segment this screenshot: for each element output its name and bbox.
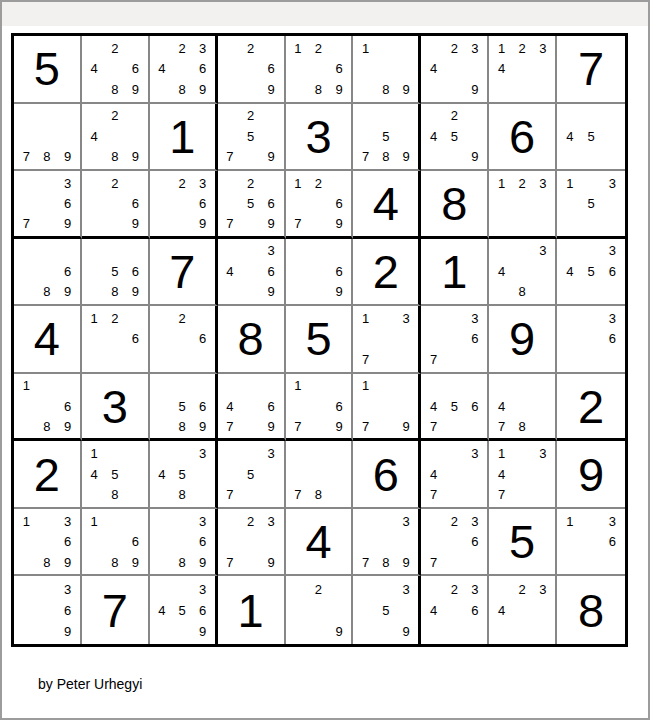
candidate-4: 4 — [423, 396, 444, 416]
candidate-5: 5 — [240, 193, 261, 213]
candidate-8: 8 — [37, 552, 58, 573]
candidate-6: 6 — [192, 531, 212, 552]
candidate-7: 7 — [220, 213, 241, 233]
candidate-3: 3 — [532, 241, 553, 262]
cell-r8c2[interactable]: 1689 — [82, 509, 150, 577]
cell-r3c1[interactable]: 3679 — [14, 171, 82, 239]
candidates: 5789 — [355, 106, 416, 168]
candidate-4: 4 — [423, 464, 444, 485]
candidate-2: 2 — [105, 38, 126, 59]
cell-r7c9[interactable]: 9 — [557, 441, 625, 509]
candidate-3: 3 — [57, 173, 78, 193]
cell-value: 9 — [578, 451, 604, 498]
candidate-8: 8 — [308, 79, 329, 100]
candidates: 234689 — [152, 38, 213, 100]
candidate-2: 2 — [444, 511, 465, 532]
candidate-7: 7 — [423, 552, 444, 573]
cell-r4c5[interactable]: 69 — [286, 239, 354, 307]
candidates: 69 — [288, 241, 350, 303]
cell-r1c1[interactable]: 5 — [14, 36, 82, 104]
candidate-9: 9 — [261, 147, 282, 168]
candidate-4: 4 — [84, 464, 105, 485]
candidate-1: 1 — [288, 38, 309, 59]
candidate-6: 6 — [465, 396, 486, 416]
cell-r3c9[interactable]: 135 — [557, 171, 625, 239]
cell-value: 4 — [305, 518, 331, 565]
candidate-2: 2 — [105, 106, 126, 127]
candidate-6: 6 — [192, 329, 212, 350]
candidate-5: 5 — [580, 126, 601, 147]
candidate-6: 6 — [125, 193, 146, 213]
cell-r1c4[interactable]: 269 — [218, 36, 286, 104]
candidate-2: 2 — [240, 106, 261, 127]
cell-r3c8[interactable]: 123 — [489, 171, 557, 239]
candidate-1: 1 — [84, 308, 105, 329]
candidate-7: 7 — [288, 416, 309, 436]
candidates: 13689 — [16, 511, 78, 573]
cell-r5c5[interactable]: 5 — [286, 306, 354, 374]
candidate-5: 5 — [580, 193, 601, 213]
candidate-9: 9 — [125, 147, 146, 168]
cell-r5c8[interactable]: 9 — [489, 306, 557, 374]
candidate-3: 3 — [57, 578, 78, 599]
cell-r9c3[interactable]: 34569 — [150, 576, 218, 644]
cell-r6c9[interactable]: 2 — [557, 374, 625, 442]
cell-r7c5[interactable]: 78 — [286, 441, 354, 509]
candidate-3: 3 — [465, 308, 486, 329]
cell-r7c2[interactable]: 1458 — [82, 441, 150, 509]
cell-r7c7[interactable]: 347 — [421, 441, 489, 509]
candidate-2: 2 — [444, 38, 465, 59]
cell-r9c8[interactable]: 234 — [489, 576, 557, 644]
cell-r5c4[interactable]: 8 — [218, 306, 286, 374]
candidates: 189 — [355, 38, 416, 100]
cell-r1c6[interactable]: 189 — [353, 36, 421, 104]
cell-r6c5[interactable]: 1679 — [286, 374, 354, 442]
candidate-3: 3 — [396, 578, 416, 599]
candidate-9: 9 — [192, 416, 212, 436]
candidate-3: 3 — [396, 511, 416, 532]
cell-value: 8 — [441, 180, 467, 227]
cell-r4c3[interactable]: 7 — [150, 239, 218, 307]
cell-value: 3 — [305, 113, 331, 160]
candidate-3: 3 — [532, 443, 553, 464]
cell-r5c2[interactable]: 126 — [82, 306, 150, 374]
candidate-5: 5 — [105, 464, 126, 485]
candidate-1: 1 — [84, 511, 105, 532]
candidate-9: 9 — [396, 416, 416, 436]
cell-value: 7 — [102, 587, 128, 634]
cell-value: 7 — [578, 45, 604, 92]
cell-r6c8[interactable]: 478 — [489, 374, 557, 442]
candidate-8: 8 — [105, 552, 126, 573]
cell-r6c1[interactable]: 1689 — [14, 374, 82, 442]
cell-r6c6[interactable]: 179 — [353, 374, 421, 442]
candidate-7: 7 — [220, 416, 241, 436]
candidates: 29 — [288, 578, 350, 642]
candidates: 2379 — [220, 511, 282, 573]
candidate-8: 8 — [172, 484, 192, 505]
cell-r1c2[interactable]: 24689 — [82, 36, 150, 104]
candidate-9: 9 — [125, 213, 146, 233]
candidate-8: 8 — [172, 552, 192, 573]
candidates: 369 — [16, 578, 78, 642]
cell-r3c7[interactable]: 8 — [421, 171, 489, 239]
cell-value: 6 — [373, 451, 399, 498]
candidates: 1347 — [491, 443, 553, 505]
cell-value: 5 — [509, 518, 535, 565]
candidate-7: 7 — [491, 484, 512, 505]
candidates: 234 — [491, 578, 553, 642]
candidates: 2579 — [220, 106, 282, 168]
candidate-3: 3 — [465, 578, 486, 599]
candidate-6: 6 — [57, 600, 78, 621]
candidates: 126 — [84, 308, 146, 370]
candidate-9: 9 — [57, 621, 78, 642]
cell-r4c1[interactable]: 689 — [14, 239, 82, 307]
cell-r2c6[interactable]: 5789 — [353, 104, 421, 172]
candidate-3: 3 — [532, 173, 553, 193]
author-credit: by Peter Urhegyi — [38, 676, 142, 692]
candidate-5: 5 — [444, 396, 465, 416]
cell-r2c3[interactable]: 1 — [150, 104, 218, 172]
cell-r9c9[interactable]: 8 — [557, 576, 625, 644]
cell-value: 1 — [441, 248, 467, 295]
candidate-1: 1 — [491, 38, 512, 59]
cell-r5c6[interactable]: 137 — [353, 306, 421, 374]
cell-r8c1[interactable]: 13689 — [14, 509, 82, 577]
candidate-9: 9 — [192, 621, 212, 642]
candidates: 3469 — [220, 241, 282, 303]
candidate-8: 8 — [105, 79, 126, 100]
cell-r2c8[interactable]: 6 — [489, 104, 557, 172]
cell-r4c8[interactable]: 348 — [489, 239, 557, 307]
cell-r1c8[interactable]: 1234 — [489, 36, 557, 104]
candidates: 4679 — [220, 376, 282, 437]
candidate-1: 1 — [288, 173, 309, 193]
candidate-1: 1 — [84, 443, 105, 464]
candidate-2: 2 — [240, 173, 261, 193]
cell-r4c9[interactable]: 3456 — [557, 239, 625, 307]
candidates: 123 — [491, 173, 553, 234]
candidate-8: 8 — [172, 416, 192, 436]
cell-r9c4[interactable]: 1 — [218, 576, 286, 644]
cell-value: 6 — [509, 113, 535, 160]
cell-r1c3[interactable]: 234689 — [150, 36, 218, 104]
candidate-6: 6 — [57, 193, 78, 213]
candidate-2: 2 — [308, 38, 329, 59]
candidates: 3458 — [152, 443, 213, 505]
candidate-2: 2 — [172, 173, 192, 193]
candidate-2: 2 — [444, 106, 465, 127]
candidate-9: 9 — [261, 416, 282, 436]
cell-value: 8 — [238, 315, 264, 362]
candidate-2: 2 — [105, 173, 126, 193]
candidate-9: 9 — [57, 282, 78, 303]
candidate-6: 6 — [57, 396, 78, 416]
cell-r6c7[interactable]: 4567 — [421, 374, 489, 442]
candidates: 1679 — [288, 376, 350, 437]
cell-r9c6[interactable]: 359 — [353, 576, 421, 644]
candidate-3: 3 — [465, 511, 486, 532]
cell-r2c9[interactable]: 45 — [557, 104, 625, 172]
cell-r3c2[interactable]: 269 — [82, 171, 150, 239]
candidate-4: 4 — [491, 261, 512, 282]
candidates: 269 — [220, 38, 282, 100]
candidate-6: 6 — [329, 396, 350, 416]
cell-value: 5 — [34, 45, 60, 92]
candidate-9: 9 — [192, 552, 212, 573]
candidate-9: 9 — [192, 213, 212, 233]
candidate-4: 4 — [491, 600, 512, 621]
candidate-7: 7 — [355, 552, 375, 573]
candidate-3: 3 — [602, 173, 623, 193]
candidate-4: 4 — [491, 59, 512, 80]
candidate-6: 6 — [192, 59, 212, 80]
cell-r8c7[interactable]: 2367 — [421, 509, 489, 577]
candidate-9: 9 — [125, 282, 146, 303]
candidate-9: 9 — [396, 621, 416, 642]
candidate-9: 9 — [261, 282, 282, 303]
candidate-8: 8 — [308, 484, 329, 505]
candidate-3: 3 — [261, 443, 282, 464]
cell-r7c3[interactable]: 3458 — [150, 441, 218, 509]
candidates: 1689 — [16, 376, 78, 437]
candidates: 3679 — [16, 173, 78, 234]
candidates: 25679 — [220, 173, 282, 234]
candidate-4: 4 — [152, 464, 172, 485]
cell-r4c7[interactable]: 1 — [421, 239, 489, 307]
candidate-5: 5 — [172, 600, 192, 621]
candidate-7: 7 — [423, 349, 444, 370]
candidate-4: 4 — [559, 126, 580, 147]
candidate-9: 9 — [261, 213, 282, 233]
candidate-7: 7 — [16, 213, 37, 233]
candidate-1: 1 — [288, 376, 309, 396]
cell-value: 4 — [373, 180, 399, 227]
candidates: 136 — [559, 511, 623, 573]
candidate-3: 3 — [261, 511, 282, 532]
candidate-3: 3 — [396, 308, 416, 329]
cell-value: 2 — [578, 383, 604, 430]
cell-r3c4[interactable]: 25679 — [218, 171, 286, 239]
candidate-8: 8 — [512, 416, 533, 436]
cell-r2c2[interactable]: 2489 — [82, 104, 150, 172]
candidate-6: 6 — [57, 531, 78, 552]
cell-value: 3 — [102, 383, 128, 430]
candidate-6: 6 — [602, 531, 623, 552]
candidate-7: 7 — [355, 349, 375, 370]
candidate-1: 1 — [355, 308, 375, 329]
candidate-9: 9 — [465, 147, 486, 168]
candidate-5: 5 — [240, 126, 261, 147]
page: 5246892346892691268918923491234778924891… — [0, 0, 650, 720]
candidate-9: 9 — [329, 282, 350, 303]
candidate-4: 4 — [152, 59, 172, 80]
candidate-3: 3 — [192, 173, 212, 193]
candidate-9: 9 — [329, 416, 350, 436]
candidates: 2459 — [423, 106, 485, 168]
candidate-6: 6 — [602, 261, 623, 282]
candidates: 359 — [355, 578, 416, 642]
cell-r9c7[interactable]: 2346 — [421, 576, 489, 644]
cell-r6c4[interactable]: 4679 — [218, 374, 286, 442]
candidates: 2367 — [423, 511, 485, 573]
candidates: 3456 — [559, 241, 623, 303]
candidate-3: 3 — [602, 308, 623, 329]
candidate-6: 6 — [125, 59, 146, 80]
candidate-3: 3 — [465, 38, 486, 59]
cell-r4c6[interactable]: 2 — [353, 239, 421, 307]
cell-r3c5[interactable]: 12679 — [286, 171, 354, 239]
candidate-2: 2 — [308, 578, 329, 599]
candidates: 367 — [423, 308, 485, 370]
candidate-9: 9 — [329, 213, 350, 233]
cell-value: 4 — [34, 315, 60, 362]
candidate-2: 2 — [105, 308, 126, 329]
cell-value: 1 — [169, 113, 195, 160]
candidate-8: 8 — [376, 79, 396, 100]
cell-r2c5[interactable]: 3 — [286, 104, 354, 172]
candidate-5: 5 — [376, 600, 396, 621]
candidate-1: 1 — [16, 511, 37, 532]
candidate-4: 4 — [423, 600, 444, 621]
cell-r4c4[interactable]: 3469 — [218, 239, 286, 307]
candidate-2: 2 — [308, 173, 329, 193]
candidates: 1234 — [491, 38, 553, 100]
candidates: 689 — [16, 241, 78, 303]
sudoku-board: 5246892346892691268918923491234778924891… — [11, 33, 628, 647]
candidate-9: 9 — [329, 621, 350, 642]
candidate-7: 7 — [355, 416, 375, 436]
cell-r2c4[interactable]: 2579 — [218, 104, 286, 172]
candidate-4: 4 — [423, 126, 444, 147]
candidate-8: 8 — [105, 282, 126, 303]
candidate-3: 3 — [532, 38, 553, 59]
cell-r6c2[interactable]: 3 — [82, 374, 150, 442]
candidates: 347 — [423, 443, 485, 505]
candidates: 2489 — [84, 106, 146, 168]
candidates: 78 — [288, 443, 350, 505]
cell-r8c9[interactable]: 136 — [557, 509, 625, 577]
cell-r5c3[interactable]: 26 — [150, 306, 218, 374]
candidate-8: 8 — [105, 147, 126, 168]
candidate-9: 9 — [396, 147, 416, 168]
cell-r7c6[interactable]: 6 — [353, 441, 421, 509]
cell-r3c3[interactable]: 2369 — [150, 171, 218, 239]
cell-r5c7[interactable]: 367 — [421, 306, 489, 374]
candidates: 4567 — [423, 376, 485, 437]
candidate-9: 9 — [261, 79, 282, 100]
candidates: 789 — [16, 106, 78, 168]
cell-r1c9[interactable]: 7 — [557, 36, 625, 104]
candidate-4: 4 — [220, 261, 241, 282]
cell-value: 1 — [238, 587, 264, 634]
candidate-6: 6 — [329, 193, 350, 213]
cell-r9c1[interactable]: 369 — [14, 576, 82, 644]
candidate-3: 3 — [602, 511, 623, 532]
cell-r8c3[interactable]: 3689 — [150, 509, 218, 577]
candidate-9: 9 — [125, 552, 146, 573]
candidates: 1458 — [84, 443, 146, 505]
candidate-4: 4 — [491, 464, 512, 485]
candidate-3: 3 — [465, 443, 486, 464]
cell-r2c1[interactable]: 789 — [14, 104, 82, 172]
candidate-2: 2 — [240, 38, 261, 59]
cell-value: 2 — [34, 451, 60, 498]
candidate-4: 4 — [423, 59, 444, 80]
cell-r7c4[interactable]: 357 — [218, 441, 286, 509]
candidate-5: 5 — [172, 464, 192, 485]
candidate-6: 6 — [465, 329, 486, 350]
candidate-9: 9 — [57, 552, 78, 573]
candidate-6: 6 — [192, 396, 212, 416]
candidate-5: 5 — [580, 261, 601, 282]
candidate-6: 6 — [125, 531, 146, 552]
cell-r8c5[interactable]: 4 — [286, 509, 354, 577]
candidate-2: 2 — [172, 308, 192, 329]
candidate-2: 2 — [512, 173, 533, 193]
candidate-9: 9 — [465, 79, 486, 100]
cell-r7c1[interactable]: 2 — [14, 441, 82, 509]
cell-r9c2[interactable]: 7 — [82, 576, 150, 644]
candidates: 26 — [152, 308, 213, 370]
cell-r8c6[interactable]: 3789 — [353, 509, 421, 577]
candidate-2: 2 — [172, 38, 192, 59]
cell-r8c8[interactable]: 5 — [489, 509, 557, 577]
cell-r5c9[interactable]: 36 — [557, 306, 625, 374]
cell-value: 8 — [578, 587, 604, 634]
candidates: 34569 — [152, 578, 213, 642]
cell-r9c5[interactable]: 29 — [286, 576, 354, 644]
cell-r8c4[interactable]: 2379 — [218, 509, 286, 577]
candidate-9: 9 — [396, 552, 416, 573]
cell-r4c2[interactable]: 5689 — [82, 239, 150, 307]
candidate-3: 3 — [192, 511, 212, 532]
candidate-3: 3 — [602, 241, 623, 262]
top-band — [2, 2, 648, 26]
candidate-6: 6 — [329, 59, 350, 80]
candidate-7: 7 — [288, 213, 309, 233]
cell-r3c6[interactable]: 4 — [353, 171, 421, 239]
cell-r1c5[interactable]: 12689 — [286, 36, 354, 104]
candidates: 24689 — [84, 38, 146, 100]
candidate-7: 7 — [355, 147, 375, 168]
candidate-9: 9 — [396, 79, 416, 100]
candidate-9: 9 — [57, 416, 78, 436]
candidate-6: 6 — [125, 329, 146, 350]
candidate-6: 6 — [602, 329, 623, 350]
candidates: 12679 — [288, 173, 350, 234]
candidate-1: 1 — [491, 173, 512, 193]
cell-r1c7[interactable]: 2349 — [421, 36, 489, 104]
candidates: 2349 — [423, 38, 485, 100]
candidate-2: 2 — [512, 578, 533, 599]
cell-r7c8[interactable]: 1347 — [489, 441, 557, 509]
candidates: 179 — [355, 376, 416, 437]
cell-r2c7[interactable]: 2459 — [421, 104, 489, 172]
cell-r5c1[interactable]: 4 — [14, 306, 82, 374]
cell-r6c3[interactable]: 5689 — [150, 374, 218, 442]
candidate-7: 7 — [288, 484, 309, 505]
candidate-5: 5 — [240, 464, 261, 485]
candidate-6: 6 — [261, 59, 282, 80]
candidate-6: 6 — [329, 261, 350, 282]
candidate-4: 4 — [84, 126, 105, 147]
candidates: 45 — [559, 106, 623, 168]
candidate-4: 4 — [84, 59, 105, 80]
candidate-8: 8 — [376, 552, 396, 573]
